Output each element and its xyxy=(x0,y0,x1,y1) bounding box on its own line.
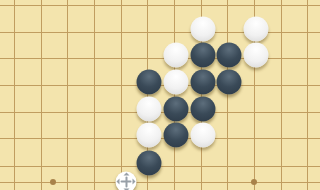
white-stone xyxy=(190,16,215,41)
grid-line-vertical xyxy=(307,0,308,190)
grid-line-vertical xyxy=(41,0,42,190)
grid-line-horizontal xyxy=(0,32,320,33)
grid-line-vertical xyxy=(281,0,282,190)
move-cross-part xyxy=(123,188,129,190)
black-stone xyxy=(137,70,162,95)
move-cross-part xyxy=(117,179,120,185)
black-stone xyxy=(217,70,242,95)
white-stone xyxy=(244,43,269,68)
grid-line-vertical xyxy=(121,0,122,190)
black-stone xyxy=(190,96,215,121)
white-stone xyxy=(244,16,269,41)
black-stone xyxy=(164,123,189,148)
move-cross-part xyxy=(123,172,129,175)
grid-line-horizontal xyxy=(0,182,320,183)
gomoku-board[interactable] xyxy=(0,0,320,190)
white-stone xyxy=(137,96,162,121)
white-stone xyxy=(190,123,215,148)
star-point xyxy=(50,179,56,185)
black-stone xyxy=(190,70,215,95)
black-stone xyxy=(190,43,215,68)
grid-line-vertical xyxy=(94,0,95,190)
grid-line-vertical xyxy=(14,0,15,190)
grid-line-vertical xyxy=(174,0,175,190)
grid-line-horizontal xyxy=(0,5,320,6)
grid-line-horizontal xyxy=(0,58,320,59)
white-stone xyxy=(137,123,162,148)
black-stone xyxy=(137,150,162,175)
grid-line-vertical xyxy=(227,0,228,190)
star-point xyxy=(251,179,257,185)
stone-placement-cursor-button[interactable] xyxy=(116,171,137,190)
grid-line-vertical xyxy=(67,0,68,190)
black-stone xyxy=(164,96,189,121)
white-stone xyxy=(164,43,189,68)
white-stone xyxy=(164,70,189,95)
move-cross-part xyxy=(133,179,136,185)
black-stone xyxy=(217,43,242,68)
move-cross-part xyxy=(125,176,127,187)
